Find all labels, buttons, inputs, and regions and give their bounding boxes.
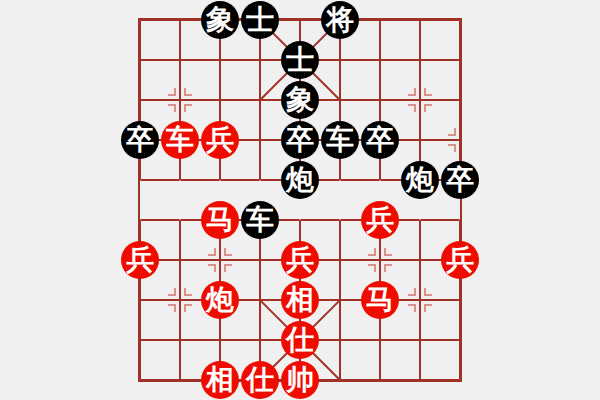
- board-cell: [220, 60, 260, 100]
- red-soldier[interactable]: 兵: [361, 201, 399, 239]
- point-marker: [184, 304, 192, 312]
- red-soldier[interactable]: 兵: [121, 241, 159, 279]
- black-soldier[interactable]: 卒: [441, 161, 479, 199]
- point-marker: [424, 304, 432, 312]
- board-cell: [420, 20, 460, 60]
- point-marker: [424, 88, 432, 96]
- point-marker: [448, 144, 456, 152]
- point-marker: [168, 104, 176, 112]
- red-chariot[interactable]: 车: [161, 121, 199, 159]
- point-marker: [424, 104, 432, 112]
- black-soldier[interactable]: 卒: [281, 121, 319, 159]
- black-chariot[interactable]: 车: [321, 121, 359, 159]
- point-marker: [368, 248, 376, 256]
- black-elephant[interactable]: 象: [201, 1, 239, 39]
- board-cell: [140, 340, 180, 380]
- point-marker: [384, 248, 392, 256]
- red-advisor[interactable]: 仕: [281, 321, 319, 359]
- red-advisor[interactable]: 仕: [241, 361, 279, 399]
- red-horse[interactable]: 马: [361, 281, 399, 319]
- red-elephant[interactable]: 相: [281, 281, 319, 319]
- point-marker: [424, 288, 432, 296]
- xiangqi-board: 象士将士象卒车兵卒车卒炮炮卒马车兵兵兵兵炮相马仕相仕帅: [140, 20, 460, 380]
- board-cell: [380, 340, 420, 380]
- point-marker: [224, 248, 232, 256]
- board-cell: [140, 180, 180, 220]
- point-marker: [184, 104, 192, 112]
- black-general[interactable]: 将: [321, 1, 359, 39]
- point-marker: [368, 264, 376, 272]
- point-marker: [408, 104, 416, 112]
- point-marker: [184, 88, 192, 96]
- red-soldier[interactable]: 兵: [201, 121, 239, 159]
- page-background: 象士将士象卒车兵卒车卒炮炮卒马车兵兵兵兵炮相马仕相仕帅: [0, 0, 600, 400]
- black-elephant[interactable]: 象: [281, 81, 319, 119]
- black-chariot[interactable]: 车: [241, 201, 279, 239]
- black-advisor[interactable]: 士: [241, 1, 279, 39]
- point-marker: [184, 288, 192, 296]
- point-marker: [408, 288, 416, 296]
- point-marker: [168, 88, 176, 96]
- board-cell: [420, 340, 460, 380]
- red-soldier[interactable]: 兵: [281, 241, 319, 279]
- board-cell: [340, 340, 380, 380]
- point-marker: [168, 288, 176, 296]
- black-cannon[interactable]: 炮: [401, 161, 439, 199]
- point-marker: [208, 248, 216, 256]
- point-marker: [384, 264, 392, 272]
- red-elephant[interactable]: 相: [201, 361, 239, 399]
- board-cell: [380, 20, 420, 60]
- board-cell: [140, 20, 180, 60]
- red-horse[interactable]: 马: [201, 201, 239, 239]
- point-marker: [408, 304, 416, 312]
- point-marker: [224, 264, 232, 272]
- black-cannon[interactable]: 炮: [281, 161, 319, 199]
- black-soldier[interactable]: 卒: [361, 121, 399, 159]
- black-soldier[interactable]: 卒: [121, 121, 159, 159]
- point-marker: [408, 88, 416, 96]
- point-marker: [208, 264, 216, 272]
- point-marker: [448, 128, 456, 136]
- red-general[interactable]: 帅: [281, 361, 319, 399]
- black-advisor[interactable]: 士: [281, 41, 319, 79]
- red-soldier[interactable]: 兵: [441, 241, 479, 279]
- point-marker: [168, 304, 176, 312]
- red-cannon[interactable]: 炮: [201, 281, 239, 319]
- board-cell: [340, 60, 380, 100]
